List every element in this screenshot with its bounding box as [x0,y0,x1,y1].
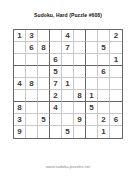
footer-url: www.sudoku-puzzles.net [0,164,136,169]
sudoku-cell-given: 8 [74,90,86,102]
sudoku-cell-empty[interactable] [110,42,122,54]
sudoku-cell-empty[interactable] [50,114,62,126]
sudoku-cell-given: 4 [50,102,62,114]
sudoku-cell-empty[interactable] [62,90,74,102]
sudoku-cell-given: 5 [50,66,62,78]
sudoku-cell-empty[interactable] [74,30,86,42]
sudoku-cell-empty[interactable] [26,114,38,126]
sudoku-cell-empty[interactable] [98,90,110,102]
sudoku-cell-empty[interactable] [98,78,110,90]
sudoku-cell-given: 4 [62,30,74,42]
sudoku-cell-given: 7 [62,42,74,54]
sudoku-cell-given: 5 [62,126,74,138]
sudoku-cell-empty[interactable] [14,54,26,66]
sudoku-cell-empty[interactable] [74,42,86,54]
sudoku-cell-empty[interactable] [86,66,98,78]
sudoku-cell-given: 1 [14,30,26,42]
sudoku-cell-empty[interactable] [98,30,110,42]
page-title: Sudoku, Hard (Puzzle #608) [0,12,136,18]
sudoku-cell-given: 6 [110,114,122,126]
sudoku-cell-given: 2 [110,30,122,42]
sudoku-cell-empty[interactable] [38,54,50,66]
sudoku-cell-given: 5 [98,42,110,54]
sudoku-cell-given: 4 [14,78,26,90]
sudoku-cell-given: 6 [26,42,38,54]
sudoku-cell-empty[interactable] [38,78,50,90]
sudoku-cell-empty[interactable] [74,66,86,78]
sudoku-cell-given: 1 [98,126,110,138]
sudoku-cell-empty[interactable] [110,126,122,138]
sudoku-cell-given: 9 [74,114,86,126]
sudoku-cell-given: 2 [98,114,110,126]
sudoku-cell-given: 8 [26,78,38,90]
sudoku-cell-given: 3 [14,114,26,126]
sudoku-cell-empty[interactable] [86,114,98,126]
sudoku-cell-empty[interactable] [38,90,50,102]
sudoku-cell-empty[interactable] [26,54,38,66]
sudoku-cell-empty[interactable] [74,54,86,66]
sudoku-cell-empty[interactable] [62,54,74,66]
sudoku-cell-given: 3 [26,30,38,42]
sudoku-cell-given: 8 [14,102,26,114]
sudoku-cell-given: 6 [98,66,110,78]
sudoku-cell-empty[interactable] [86,42,98,54]
sudoku-cell-given: 5 [86,102,98,114]
sudoku-cell-empty[interactable] [26,102,38,114]
sudoku-cell-empty[interactable] [62,114,74,126]
sudoku-cell-empty[interactable] [86,78,98,90]
sudoku-cell-empty[interactable] [98,54,110,66]
sudoku-cell-empty[interactable] [26,126,38,138]
sudoku-cell-empty[interactable] [38,102,50,114]
sudoku-cell-given: 1 [62,78,74,90]
sudoku-cell-empty[interactable] [50,42,62,54]
sudoku-cell-empty[interactable] [38,66,50,78]
sudoku-cell-empty[interactable] [110,102,122,114]
sudoku-board: 134268756156487128184535926951 [13,29,123,139]
sudoku-cell-empty[interactable] [38,126,50,138]
sudoku-cell-given: 5 [38,114,50,126]
sudoku-cell-empty[interactable] [38,30,50,42]
sudoku-cell-empty[interactable] [110,66,122,78]
sudoku-cell-empty[interactable] [26,90,38,102]
sudoku-cell-empty[interactable] [86,54,98,66]
sudoku-cell-given: 8 [38,42,50,54]
sudoku-cell-given: 1 [86,90,98,102]
sudoku-cell-empty[interactable] [74,102,86,114]
sudoku-cell-given: 7 [50,78,62,90]
sudoku-cell-empty[interactable] [74,126,86,138]
sudoku-cell-empty[interactable] [110,78,122,90]
sudoku-cell-empty[interactable] [86,126,98,138]
sudoku-cell-empty[interactable] [62,66,74,78]
sudoku-cell-given: 1 [110,54,122,66]
sudoku-cell-empty[interactable] [86,30,98,42]
sudoku-cell-given: 2 [50,90,62,102]
sudoku-cell-empty[interactable] [26,66,38,78]
sudoku-cell-empty[interactable] [14,90,26,102]
sudoku-cell-empty[interactable] [74,78,86,90]
sudoku-cell-empty[interactable] [14,42,26,54]
sudoku-cell-given: 6 [50,54,62,66]
sudoku-cell-empty[interactable] [50,30,62,42]
sudoku-cell-empty[interactable] [110,90,122,102]
sudoku-cell-given: 9 [14,126,26,138]
sudoku-cell-empty[interactable] [14,66,26,78]
sudoku-cell-empty[interactable] [50,126,62,138]
sudoku-cell-empty[interactable] [98,102,110,114]
sudoku-cell-empty[interactable] [62,102,74,114]
